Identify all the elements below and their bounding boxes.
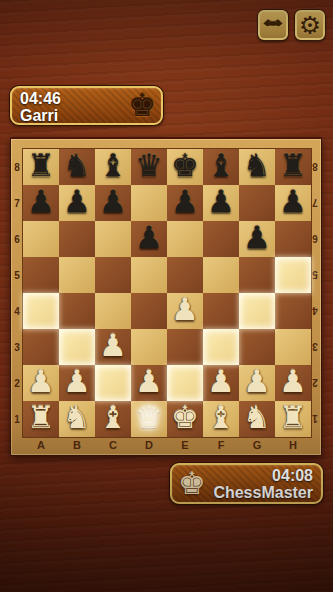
piece-white-pawn[interactable]: ♟ bbox=[207, 363, 235, 399]
gear-icon: ⚙ bbox=[299, 13, 321, 38]
square-g3[interactable] bbox=[239, 329, 275, 365]
square-c7[interactable]: ♟ bbox=[95, 185, 131, 221]
square-h5[interactable] bbox=[275, 257, 311, 293]
piece-black-knight[interactable]: ♞ bbox=[63, 147, 91, 183]
piece-black-pawn[interactable]: ♟ bbox=[171, 183, 199, 219]
square-b5[interactable] bbox=[59, 257, 95, 293]
square-d5[interactable] bbox=[131, 257, 167, 293]
square-f5[interactable] bbox=[203, 257, 239, 293]
rank-label: 8 bbox=[11, 149, 23, 185]
file-label: F bbox=[203, 437, 239, 453]
piece-black-bishop[interactable]: ♝ bbox=[99, 147, 127, 183]
square-e1[interactable]: ♚ bbox=[167, 401, 203, 437]
piece-white-bishop[interactable]: ♝ bbox=[207, 399, 235, 435]
piece-white-knight[interactable]: ♞ bbox=[63, 399, 91, 435]
square-e3[interactable] bbox=[167, 329, 203, 365]
player-clock: 04:08 bbox=[213, 467, 313, 484]
rank-label: 3 bbox=[11, 329, 23, 365]
piece-black-queen[interactable]: ♛ bbox=[135, 147, 163, 183]
piece-white-bishop[interactable]: ♝ bbox=[99, 399, 127, 435]
piece-black-pawn[interactable]: ♟ bbox=[135, 219, 163, 255]
player-panel: ♚ 04:08 ChessMaster bbox=[170, 463, 323, 504]
opponent-name: Garri bbox=[20, 107, 61, 124]
square-g8[interactable]: ♞ bbox=[239, 149, 275, 185]
square-a1[interactable]: ♜ bbox=[23, 401, 59, 437]
square-h7[interactable]: ♟ bbox=[275, 185, 311, 221]
piece-white-pawn[interactable]: ♟ bbox=[63, 363, 91, 399]
piece-black-pawn[interactable]: ♟ bbox=[27, 183, 55, 219]
piece-white-pawn[interactable]: ♟ bbox=[279, 363, 307, 399]
square-a5[interactable] bbox=[23, 257, 59, 293]
file-label: B bbox=[59, 437, 95, 453]
square-f1[interactable]: ♝ bbox=[203, 401, 239, 437]
square-e6[interactable] bbox=[167, 221, 203, 257]
piece-white-king[interactable]: ♚ bbox=[171, 399, 199, 435]
square-a8[interactable]: ♜ bbox=[23, 149, 59, 185]
square-b1[interactable]: ♞ bbox=[59, 401, 95, 437]
square-e2[interactable] bbox=[167, 365, 203, 401]
square-h2[interactable]: ♟ bbox=[275, 365, 311, 401]
player-name: ChessMaster bbox=[213, 484, 313, 501]
rank-label: 2 bbox=[11, 365, 23, 401]
piece-black-pawn[interactable]: ♟ bbox=[207, 183, 235, 219]
square-d3[interactable] bbox=[131, 329, 167, 365]
file-label: A bbox=[23, 437, 59, 453]
square-f3[interactable] bbox=[203, 329, 239, 365]
piece-black-king[interactable]: ♚ bbox=[171, 147, 199, 183]
square-d7[interactable] bbox=[131, 185, 167, 221]
square-g4[interactable] bbox=[239, 293, 275, 329]
square-a6[interactable] bbox=[23, 221, 59, 257]
rank-labels-left: 87654321 bbox=[11, 149, 23, 437]
piece-black-rook[interactable]: ♜ bbox=[279, 147, 307, 183]
file-labels: ABCDEFGH bbox=[23, 437, 311, 453]
square-a2[interactable]: ♟ bbox=[23, 365, 59, 401]
square-h8[interactable]: ♜ bbox=[275, 149, 311, 185]
settings-button[interactable]: ⚙ bbox=[295, 10, 325, 40]
square-e7[interactable]: ♟ bbox=[167, 185, 203, 221]
square-b3[interactable] bbox=[59, 329, 95, 365]
piece-black-pawn[interactable]: ♟ bbox=[279, 183, 307, 219]
square-d2[interactable]: ♟ bbox=[131, 365, 167, 401]
square-h1[interactable]: ♜ bbox=[275, 401, 311, 437]
square-d4[interactable] bbox=[131, 293, 167, 329]
opponent-clock: 04:46 bbox=[20, 90, 61, 107]
square-g5[interactable] bbox=[239, 257, 275, 293]
square-g2[interactable]: ♟ bbox=[239, 365, 275, 401]
square-b4[interactable] bbox=[59, 293, 95, 329]
rank-label: 1 bbox=[11, 401, 23, 437]
piece-black-pawn[interactable]: ♟ bbox=[99, 183, 127, 219]
piece-white-pawn[interactable]: ♟ bbox=[135, 363, 163, 399]
rank-label: 4 bbox=[11, 293, 23, 329]
square-d1[interactable]: ♛ bbox=[131, 401, 167, 437]
piece-black-pawn[interactable]: ♟ bbox=[63, 183, 91, 219]
piece-black-knight[interactable]: ♞ bbox=[243, 147, 271, 183]
file-label: D bbox=[131, 437, 167, 453]
piece-white-rook[interactable]: ♜ bbox=[27, 399, 55, 435]
piece-white-rook[interactable]: ♜ bbox=[279, 399, 307, 435]
square-f4[interactable] bbox=[203, 293, 239, 329]
piece-white-queen[interactable]: ♛ bbox=[135, 399, 163, 435]
square-a4[interactable] bbox=[23, 293, 59, 329]
square-c8[interactable]: ♝ bbox=[95, 149, 131, 185]
piece-white-knight[interactable]: ♞ bbox=[243, 399, 271, 435]
file-label: C bbox=[95, 437, 131, 453]
draw-offer-button[interactable] bbox=[258, 10, 288, 40]
square-c4[interactable] bbox=[95, 293, 131, 329]
square-c3[interactable]: ♟ bbox=[95, 329, 131, 365]
piece-white-pawn[interactable]: ♟ bbox=[27, 363, 55, 399]
square-e8[interactable]: ♚ bbox=[167, 149, 203, 185]
file-label: E bbox=[167, 437, 203, 453]
file-label: H bbox=[275, 437, 311, 453]
square-f8[interactable]: ♝ bbox=[203, 149, 239, 185]
rank-label: 5 bbox=[11, 257, 23, 293]
square-b6[interactable] bbox=[59, 221, 95, 257]
piece-white-pawn[interactable]: ♟ bbox=[243, 363, 271, 399]
square-a3[interactable] bbox=[23, 329, 59, 365]
square-h4[interactable] bbox=[275, 293, 311, 329]
square-g6[interactable]: ♟ bbox=[239, 221, 275, 257]
square-e4[interactable]: ♟ bbox=[167, 293, 203, 329]
square-c1[interactable]: ♝ bbox=[95, 401, 131, 437]
square-c5[interactable] bbox=[95, 257, 131, 293]
square-f7[interactable]: ♟ bbox=[203, 185, 239, 221]
square-c6[interactable] bbox=[95, 221, 131, 257]
square-b7[interactable]: ♟ bbox=[59, 185, 95, 221]
square-g1[interactable]: ♞ bbox=[239, 401, 275, 437]
square-c2[interactable] bbox=[95, 365, 131, 401]
square-d8[interactable]: ♛ bbox=[131, 149, 167, 185]
square-a7[interactable]: ♟ bbox=[23, 185, 59, 221]
piece-black-pawn[interactable]: ♟ bbox=[243, 219, 271, 255]
handshake-icon bbox=[262, 12, 284, 38]
opponent-panel: 04:46 Garri ♚ bbox=[10, 86, 163, 125]
rank-label: 6 bbox=[11, 221, 23, 257]
white-king-icon: ♚ bbox=[178, 468, 206, 499]
piece-white-pawn[interactable]: ♟ bbox=[99, 327, 127, 363]
board-squares: ♜♞♝♛♚♝♞♜♟♟♟♟♟♟♟♟♟♟♟♟♟♟♟♟♜♞♝♛♚♝♞♜ bbox=[23, 149, 311, 437]
square-f6[interactable] bbox=[203, 221, 239, 257]
square-g7[interactable] bbox=[239, 185, 275, 221]
square-d6[interactable]: ♟ bbox=[131, 221, 167, 257]
square-e5[interactable] bbox=[167, 257, 203, 293]
rank-label: 7 bbox=[11, 185, 23, 221]
piece-white-pawn[interactable]: ♟ bbox=[171, 291, 199, 327]
piece-black-bishop[interactable]: ♝ bbox=[207, 147, 235, 183]
square-b2[interactable]: ♟ bbox=[59, 365, 95, 401]
square-f2[interactable]: ♟ bbox=[203, 365, 239, 401]
black-king-icon: ♚ bbox=[128, 90, 156, 121]
square-h3[interactable] bbox=[275, 329, 311, 365]
square-h6[interactable] bbox=[275, 221, 311, 257]
square-b8[interactable]: ♞ bbox=[59, 149, 95, 185]
piece-black-rook[interactable]: ♜ bbox=[27, 147, 55, 183]
chess-board: 87654321 87654321 ♜♞♝♛♚♝♞♜♟♟♟♟♟♟♟♟♟♟♟♟♟♟… bbox=[10, 137, 322, 456]
file-label: G bbox=[239, 437, 275, 453]
